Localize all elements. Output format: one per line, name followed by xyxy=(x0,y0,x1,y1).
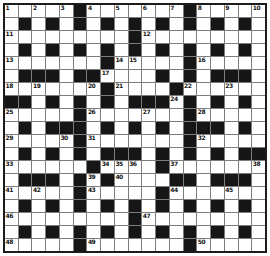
cell-1-18[interactable] xyxy=(239,5,252,17)
black-cell-10-5 xyxy=(60,122,73,134)
cell-15-19[interactable] xyxy=(252,187,265,199)
cell-1-15[interactable]: 8 xyxy=(197,5,210,17)
cell-8-5[interactable] xyxy=(60,96,73,108)
cell-3-18[interactable] xyxy=(239,31,252,43)
cell-8-3[interactable] xyxy=(32,96,45,108)
black-cell-12-14 xyxy=(184,148,197,160)
cell-11-8[interactable] xyxy=(101,135,114,147)
cell-13-18[interactable] xyxy=(239,161,252,173)
black-cell-16-18 xyxy=(239,200,252,212)
cell-14-9[interactable]: 40 xyxy=(115,174,128,186)
black-cell-3-10 xyxy=(129,31,142,43)
cell-16-17[interactable] xyxy=(225,200,238,212)
cell-19-8[interactable] xyxy=(101,239,114,251)
cell-15-16[interactable] xyxy=(211,187,224,199)
cell-9-10[interactable] xyxy=(129,109,142,121)
cell-5-2[interactable] xyxy=(19,57,32,69)
cell-6-5[interactable] xyxy=(60,70,73,82)
cell-18-13[interactable] xyxy=(170,226,183,238)
cell-1-12[interactable] xyxy=(156,5,169,17)
cell-19-9[interactable] xyxy=(115,239,128,251)
cell-2-3[interactable] xyxy=(32,18,45,30)
cell-5-4[interactable] xyxy=(46,57,59,69)
cell-3-8[interactable] xyxy=(101,31,114,43)
black-cell-14-14 xyxy=(184,174,197,186)
cell-2-13[interactable] xyxy=(170,18,183,30)
cell-17-4[interactable] xyxy=(46,213,59,225)
black-cell-10-10 xyxy=(129,122,142,134)
cell-9-9[interactable] xyxy=(115,109,128,121)
cell-11-16[interactable] xyxy=(211,135,224,147)
cell-9-19[interactable] xyxy=(252,109,265,121)
cell-4-3[interactable] xyxy=(32,44,45,56)
cell-9-17[interactable] xyxy=(225,109,238,121)
cell-7-18[interactable] xyxy=(239,83,252,95)
cell-17-12[interactable] xyxy=(156,213,169,225)
cell-11-5[interactable]: 30 xyxy=(60,135,73,147)
clue-number-14: 14 xyxy=(115,57,122,63)
cell-14-12[interactable] xyxy=(156,174,169,186)
cell-4-13[interactable] xyxy=(170,44,183,56)
cell-6-1[interactable] xyxy=(5,70,18,82)
cell-2-17[interactable] xyxy=(225,18,238,30)
cell-5-9[interactable]: 14 xyxy=(115,57,128,69)
cell-13-16[interactable] xyxy=(211,161,224,173)
cell-13-15[interactable] xyxy=(197,161,210,173)
cell-7-4[interactable] xyxy=(46,83,59,95)
cell-13-2[interactable] xyxy=(19,161,32,173)
cell-2-5[interactable] xyxy=(60,18,73,30)
cell-9-12[interactable] xyxy=(156,109,169,121)
clue-number-47: 47 xyxy=(143,213,150,219)
black-cell-2-8 xyxy=(101,18,114,30)
cell-18-17[interactable] xyxy=(225,226,238,238)
cell-17-2[interactable] xyxy=(19,213,32,225)
cell-17-11[interactable]: 47 xyxy=(142,213,155,225)
black-cell-13-12 xyxy=(156,161,169,173)
clue-number-45: 45 xyxy=(225,187,232,193)
black-cell-16-4 xyxy=(46,200,59,212)
cell-5-19[interactable] xyxy=(252,57,265,69)
cell-1-13[interactable]: 7 xyxy=(170,5,183,17)
cell-7-12[interactable] xyxy=(156,83,169,95)
cell-3-14[interactable] xyxy=(184,31,197,43)
cell-7-16[interactable] xyxy=(211,83,224,95)
cell-19-2[interactable] xyxy=(19,239,32,251)
cell-13-13[interactable]: 37 xyxy=(170,161,183,173)
cell-1-16[interactable] xyxy=(211,5,224,17)
cell-9-18[interactable] xyxy=(239,109,252,121)
cell-7-11[interactable] xyxy=(142,83,155,95)
cell-16-15[interactable] xyxy=(197,200,210,212)
cell-3-4[interactable] xyxy=(46,31,59,43)
black-cell-18-2 xyxy=(19,226,32,238)
cell-11-3[interactable] xyxy=(32,135,45,147)
cell-1-2[interactable] xyxy=(19,5,32,17)
cell-14-1[interactable] xyxy=(5,174,18,186)
cell-9-15[interactable]: 28 xyxy=(197,109,210,121)
cell-6-10[interactable] xyxy=(129,70,142,82)
black-cell-16-16 xyxy=(211,200,224,212)
cell-13-11[interactable] xyxy=(142,161,155,173)
clue-number-43: 43 xyxy=(88,187,95,193)
cell-2-7[interactable] xyxy=(87,18,100,30)
cell-15-7[interactable]: 43 xyxy=(87,187,100,199)
cell-17-15[interactable] xyxy=(197,213,210,225)
cell-10-7[interactable] xyxy=(87,122,100,134)
cell-10-9[interactable] xyxy=(115,122,128,134)
cell-7-19[interactable] xyxy=(252,83,265,95)
cell-15-2[interactable] xyxy=(19,187,32,199)
black-cell-6-18 xyxy=(239,70,252,82)
black-cell-10-4 xyxy=(46,122,59,134)
cell-13-3[interactable] xyxy=(32,161,45,173)
cell-1-8[interactable] xyxy=(101,5,114,17)
cell-11-4[interactable] xyxy=(46,135,59,147)
cell-17-19[interactable] xyxy=(252,213,265,225)
cell-13-17[interactable] xyxy=(225,161,238,173)
cell-19-10[interactable] xyxy=(129,239,142,251)
clue-number-40: 40 xyxy=(115,174,122,180)
cell-3-7[interactable] xyxy=(87,31,100,43)
cell-13-8[interactable]: 34 xyxy=(101,161,114,173)
cell-9-5[interactable] xyxy=(60,109,73,121)
cell-9-11[interactable]: 27 xyxy=(142,109,155,121)
cell-11-7[interactable]: 31 xyxy=(87,135,100,147)
clue-number-44: 44 xyxy=(170,187,177,193)
cell-12-11[interactable] xyxy=(142,148,155,160)
cell-5-18[interactable] xyxy=(239,57,252,69)
cell-11-1[interactable]: 29 xyxy=(5,135,18,147)
cell-3-12[interactable] xyxy=(156,31,169,43)
cell-9-1[interactable]: 25 xyxy=(5,109,18,121)
black-cell-4-6 xyxy=(74,44,87,56)
black-cell-8-6 xyxy=(74,96,87,108)
cell-15-15[interactable] xyxy=(197,187,210,199)
cell-13-10[interactable]: 36 xyxy=(129,161,142,173)
cell-7-3[interactable]: 19 xyxy=(32,83,45,95)
cell-5-12[interactable] xyxy=(156,57,169,69)
cell-14-19[interactable] xyxy=(252,174,265,186)
cell-4-5[interactable] xyxy=(60,44,73,56)
cell-10-13[interactable] xyxy=(170,122,183,134)
clue-number-4: 4 xyxy=(88,5,92,11)
cell-14-10[interactable] xyxy=(129,174,142,186)
black-cell-10-12 xyxy=(156,122,169,134)
cell-4-1[interactable] xyxy=(5,44,18,56)
cell-1-9[interactable]: 5 xyxy=(115,5,128,17)
cell-16-3[interactable] xyxy=(32,200,45,212)
cell-9-2[interactable] xyxy=(19,109,32,121)
cell-6-13[interactable] xyxy=(170,70,183,82)
cell-11-17[interactable] xyxy=(225,135,238,147)
cell-8-17[interactable] xyxy=(225,96,238,108)
black-cell-14-18 xyxy=(239,174,252,186)
black-cell-12-8 xyxy=(101,148,114,160)
cell-4-11[interactable] xyxy=(142,44,155,56)
cell-15-9[interactable] xyxy=(115,187,128,199)
cell-15-1[interactable]: 41 xyxy=(5,187,18,199)
cell-15-10[interactable] xyxy=(129,187,142,199)
cell-13-5[interactable] xyxy=(60,161,73,173)
cell-16-5[interactable] xyxy=(60,200,73,212)
cell-3-19[interactable] xyxy=(252,31,265,43)
cell-10-1[interactable] xyxy=(5,122,18,134)
cell-5-10[interactable]: 15 xyxy=(129,57,142,69)
black-cell-8-11 xyxy=(142,96,155,108)
cell-11-11[interactable] xyxy=(142,135,155,147)
cell-3-5[interactable] xyxy=(60,31,73,43)
cell-6-11[interactable] xyxy=(142,70,155,82)
cell-3-6[interactable] xyxy=(74,31,87,43)
black-cell-10-2 xyxy=(19,122,32,134)
cell-5-17[interactable] xyxy=(225,57,238,69)
cell-10-3[interactable] xyxy=(32,122,45,134)
cell-17-17[interactable] xyxy=(225,213,238,225)
cell-1-3[interactable]: 2 xyxy=(32,5,45,17)
cell-19-11[interactable] xyxy=(142,239,155,251)
cell-12-3[interactable] xyxy=(32,148,45,160)
cell-16-11[interactable] xyxy=(142,200,155,212)
cell-15-3[interactable]: 42 xyxy=(32,187,45,199)
cell-16-7[interactable] xyxy=(87,200,100,212)
cell-19-12[interactable] xyxy=(156,239,169,251)
cell-1-10[interactable] xyxy=(129,5,142,17)
cell-19-7[interactable]: 49 xyxy=(87,239,100,251)
cell-8-19[interactable] xyxy=(252,96,265,108)
cell-12-7[interactable] xyxy=(87,148,100,160)
cell-4-17[interactable] xyxy=(225,44,238,56)
cell-3-16[interactable] xyxy=(211,31,224,43)
cell-3-13[interactable] xyxy=(170,31,183,43)
cell-1-7[interactable]: 4 xyxy=(87,5,100,17)
cell-13-6[interactable] xyxy=(74,161,87,173)
cell-5-15[interactable]: 16 xyxy=(197,57,210,69)
cell-13-14[interactable] xyxy=(184,161,197,173)
black-cell-4-14 xyxy=(184,44,197,56)
cell-13-4[interactable] xyxy=(46,161,59,173)
cell-1-4[interactable] xyxy=(46,5,59,17)
cell-1-19[interactable]: 10 xyxy=(252,5,265,17)
cell-10-19[interactable] xyxy=(252,122,265,134)
cell-18-19[interactable] xyxy=(252,226,265,238)
cell-7-6[interactable] xyxy=(74,83,87,95)
cell-14-15[interactable] xyxy=(197,174,210,186)
black-cell-14-13 xyxy=(170,174,183,186)
black-cell-18-4 xyxy=(46,226,59,238)
cell-9-3[interactable] xyxy=(32,109,45,121)
cell-17-8[interactable] xyxy=(101,213,114,225)
clue-number-36: 36 xyxy=(129,161,136,167)
black-cell-1-6 xyxy=(74,5,87,17)
cell-3-11[interactable]: 12 xyxy=(142,31,155,43)
black-cell-12-18 xyxy=(239,148,252,160)
cell-7-17[interactable]: 23 xyxy=(225,83,238,95)
cell-1-5[interactable]: 3 xyxy=(60,5,73,17)
cell-14-5[interactable] xyxy=(60,174,73,186)
cell-4-9[interactable] xyxy=(115,44,128,56)
cell-1-17[interactable]: 9 xyxy=(225,5,238,17)
cell-7-10[interactable] xyxy=(129,83,142,95)
cell-17-6[interactable] xyxy=(74,213,87,225)
cell-9-7[interactable]: 26 xyxy=(87,109,100,121)
cell-19-16[interactable] xyxy=(211,239,224,251)
cell-2-1[interactable] xyxy=(5,18,18,30)
cell-5-16[interactable] xyxy=(211,57,224,69)
cell-15-18[interactable] xyxy=(239,187,252,199)
cell-19-15[interactable]: 50 xyxy=(197,239,210,251)
cell-2-9[interactable] xyxy=(115,18,128,30)
cell-5-3[interactable] xyxy=(32,57,45,69)
black-cell-12-4 xyxy=(46,148,59,160)
cell-18-1[interactable] xyxy=(5,226,18,238)
cell-15-13[interactable]: 44 xyxy=(170,187,183,199)
cell-12-15[interactable] xyxy=(197,148,210,160)
cell-3-1[interactable]: 11 xyxy=(5,31,18,43)
cell-19-3[interactable] xyxy=(32,239,45,251)
cell-15-11[interactable] xyxy=(142,187,155,199)
cell-5-7[interactable] xyxy=(87,57,100,69)
black-cell-15-12 xyxy=(156,187,169,199)
cell-9-4[interactable] xyxy=(46,109,59,121)
cell-11-18[interactable] xyxy=(239,135,252,147)
cell-3-3[interactable] xyxy=(32,31,45,43)
cell-16-13[interactable] xyxy=(170,200,183,212)
cell-13-1[interactable]: 33 xyxy=(5,161,18,173)
cell-18-5[interactable] xyxy=(60,226,73,238)
cell-19-13[interactable] xyxy=(170,239,183,251)
cell-7-7[interactable]: 20 xyxy=(87,83,100,95)
cell-18-9[interactable] xyxy=(115,226,128,238)
cell-8-15[interactable] xyxy=(197,96,210,108)
cell-11-15[interactable]: 32 xyxy=(197,135,210,147)
cell-18-3[interactable] xyxy=(32,226,45,238)
cell-13-9[interactable]: 35 xyxy=(115,161,128,173)
cell-7-1[interactable]: 18 xyxy=(5,83,18,95)
cell-6-19[interactable] xyxy=(252,70,265,82)
cell-7-9[interactable]: 21 xyxy=(115,83,128,95)
cell-11-9[interactable] xyxy=(115,135,128,147)
cell-5-11[interactable] xyxy=(142,57,155,69)
cell-5-1[interactable]: 13 xyxy=(5,57,18,69)
cell-18-11[interactable] xyxy=(142,226,155,238)
cell-11-19[interactable] xyxy=(252,135,265,147)
cell-16-1[interactable] xyxy=(5,200,18,212)
cell-9-8[interactable] xyxy=(101,109,114,121)
cell-16-9[interactable] xyxy=(115,200,128,212)
cell-17-16[interactable] xyxy=(211,213,224,225)
cell-17-9[interactable] xyxy=(115,213,128,225)
cell-10-17[interactable] xyxy=(225,122,238,134)
black-cell-14-16 xyxy=(211,174,224,186)
clue-number-35: 35 xyxy=(115,161,122,167)
cell-17-1[interactable]: 46 xyxy=(5,213,18,225)
black-cell-12-9 xyxy=(115,148,128,160)
cell-6-9[interactable] xyxy=(115,70,128,82)
cell-17-18[interactable] xyxy=(239,213,252,225)
cell-19-1[interactable]: 48 xyxy=(5,239,18,251)
cell-11-10[interactable] xyxy=(129,135,142,147)
cell-7-2[interactable] xyxy=(19,83,32,95)
cell-14-7[interactable]: 39 xyxy=(87,174,100,186)
cell-8-13[interactable]: 24 xyxy=(170,96,183,108)
clue-number-28: 28 xyxy=(198,109,205,115)
cell-4-19[interactable] xyxy=(252,44,265,56)
cell-11-13[interactable] xyxy=(170,135,183,147)
cell-6-15[interactable] xyxy=(197,70,210,82)
black-cell-9-14 xyxy=(184,109,197,121)
cell-11-12[interactable] xyxy=(156,135,169,147)
cell-2-11[interactable] xyxy=(142,18,155,30)
cell-18-15[interactable] xyxy=(197,226,210,238)
cell-12-1[interactable] xyxy=(5,148,18,160)
cell-4-15[interactable] xyxy=(197,44,210,56)
cell-3-9[interactable] xyxy=(115,31,128,43)
black-cell-4-18 xyxy=(239,44,252,56)
cell-10-11[interactable] xyxy=(142,122,155,134)
cell-5-13[interactable] xyxy=(170,57,183,69)
cell-15-14[interactable] xyxy=(184,187,197,199)
cell-7-15[interactable] xyxy=(197,83,210,95)
cell-13-19[interactable]: 38 xyxy=(252,161,265,173)
cell-3-2[interactable] xyxy=(19,31,32,43)
cell-7-5[interactable] xyxy=(60,83,73,95)
cell-9-16[interactable] xyxy=(211,109,224,121)
cell-5-6[interactable] xyxy=(74,57,87,69)
cell-1-1[interactable]: 1 xyxy=(5,5,18,17)
cell-1-11[interactable]: 6 xyxy=(142,5,155,17)
cell-6-8[interactable]: 17 xyxy=(101,70,114,82)
black-cell-16-12 xyxy=(156,200,169,212)
cell-9-13[interactable] xyxy=(170,109,183,121)
cell-17-5[interactable] xyxy=(60,213,73,225)
cell-14-11[interactable] xyxy=(142,174,155,186)
cell-4-7[interactable] xyxy=(87,44,100,56)
cell-19-18[interactable] xyxy=(239,239,252,251)
cell-7-14[interactable]: 22 xyxy=(184,83,197,95)
clue-number-10: 10 xyxy=(253,5,260,11)
clue-number-25: 25 xyxy=(6,109,13,115)
cell-5-5[interactable] xyxy=(60,57,73,69)
cell-12-5[interactable] xyxy=(60,148,73,160)
cell-17-3[interactable] xyxy=(32,213,45,225)
cell-15-17[interactable]: 45 xyxy=(225,187,238,199)
cell-2-15[interactable] xyxy=(197,18,210,30)
cell-17-13[interactable] xyxy=(170,213,183,225)
cell-3-17[interactable] xyxy=(225,31,238,43)
cell-12-17[interactable] xyxy=(225,148,238,160)
cell-8-9[interactable] xyxy=(115,96,128,108)
cell-11-2[interactable] xyxy=(19,135,32,147)
cell-19-4[interactable] xyxy=(46,239,59,251)
cell-17-14[interactable] xyxy=(184,213,197,225)
cell-19-19[interactable] xyxy=(252,239,265,251)
cell-16-19[interactable] xyxy=(252,200,265,212)
black-cell-4-16 xyxy=(211,44,224,56)
cell-19-5[interactable] xyxy=(60,239,73,251)
cell-8-7[interactable] xyxy=(87,96,100,108)
cell-12-13[interactable] xyxy=(170,148,183,160)
cell-15-4[interactable] xyxy=(46,187,59,199)
cell-3-15[interactable] xyxy=(197,31,210,43)
cell-18-7[interactable] xyxy=(87,226,100,238)
cell-2-19[interactable] xyxy=(252,18,265,30)
black-cell-8-12 xyxy=(156,96,169,108)
cell-17-7[interactable] xyxy=(87,213,100,225)
cell-15-8[interactable] xyxy=(101,187,114,199)
cell-19-17[interactable] xyxy=(225,239,238,251)
cell-15-5[interactable] xyxy=(60,187,73,199)
